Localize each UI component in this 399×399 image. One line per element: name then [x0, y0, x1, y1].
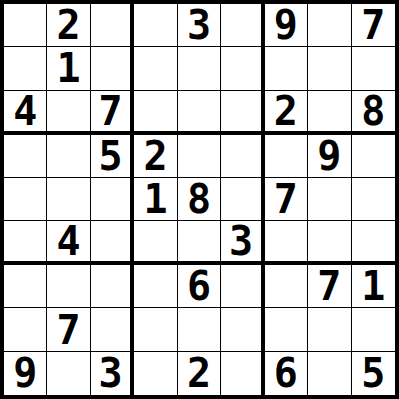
cell-r6c2[interactable]: 4: [47, 221, 90, 265]
cell-r2c1[interactable]: [4, 47, 47, 90]
cell-r9c7[interactable]: 6: [265, 352, 308, 395]
cell-r4c1[interactable]: [4, 135, 47, 178]
cell-r2c4[interactable]: [134, 47, 177, 90]
cell-r1c1[interactable]: [4, 4, 47, 47]
cell-r1c3[interactable]: [91, 4, 134, 47]
cell-r1c5[interactable]: 3: [178, 4, 221, 47]
cell-r6c8[interactable]: [308, 221, 351, 265]
cell-r2c9[interactable]: [352, 47, 395, 90]
cell-r5c2[interactable]: [47, 178, 90, 221]
cell-r9c5[interactable]: 2: [178, 352, 221, 395]
cell-r7c1[interactable]: [4, 265, 47, 308]
cell-r7c3[interactable]: [91, 265, 134, 308]
cell-r6c6[interactable]: 3: [221, 221, 264, 265]
cell-r1c6[interactable]: [221, 4, 264, 47]
cell-r5c4[interactable]: 1: [134, 178, 177, 221]
cell-r5c1[interactable]: [4, 178, 47, 221]
cell-r9c3[interactable]: 3: [91, 352, 134, 395]
cell-r9c6[interactable]: [221, 352, 264, 395]
cell-r4c7[interactable]: [265, 135, 308, 178]
cell-r2c5[interactable]: [178, 47, 221, 90]
cell-r6c5[interactable]: [178, 221, 221, 265]
cell-r7c8[interactable]: 7: [308, 265, 351, 308]
cell-r5c9[interactable]: [352, 178, 395, 221]
sudoku-board: 23971472852918743671793265: [0, 0, 399, 399]
cell-r1c8[interactable]: [308, 4, 351, 47]
cell-r6c4[interactable]: [134, 221, 177, 265]
cell-r8c4[interactable]: [134, 308, 177, 351]
cell-r2c3[interactable]: [91, 47, 134, 90]
cell-r6c7[interactable]: [265, 221, 308, 265]
cell-r7c5[interactable]: 6: [178, 265, 221, 308]
cell-r9c1[interactable]: 9: [4, 352, 47, 395]
cell-r7c9[interactable]: 1: [352, 265, 395, 308]
cell-r8c7[interactable]: [265, 308, 308, 351]
cell-r3c8[interactable]: [308, 91, 351, 135]
cell-r4c2[interactable]: [47, 135, 90, 178]
cell-r2c2[interactable]: 1: [47, 47, 90, 90]
cell-r8c5[interactable]: [178, 308, 221, 351]
cell-r7c2[interactable]: [47, 265, 90, 308]
cell-r9c8[interactable]: [308, 352, 351, 395]
cell-r5c6[interactable]: [221, 178, 264, 221]
cell-r5c5[interactable]: 8: [178, 178, 221, 221]
cell-r5c3[interactable]: [91, 178, 134, 221]
cell-r3c7[interactable]: 2: [265, 91, 308, 135]
cell-r3c1[interactable]: 4: [4, 91, 47, 135]
cell-r8c1[interactable]: [4, 308, 47, 351]
cell-r2c7[interactable]: [265, 47, 308, 90]
cell-r4c3[interactable]: 5: [91, 135, 134, 178]
cell-r4c4[interactable]: 2: [134, 135, 177, 178]
cell-r3c2[interactable]: [47, 91, 90, 135]
cell-r7c6[interactable]: [221, 265, 264, 308]
cell-r8c3[interactable]: [91, 308, 134, 351]
cell-r6c1[interactable]: [4, 221, 47, 265]
cell-r7c4[interactable]: [134, 265, 177, 308]
cell-r3c6[interactable]: [221, 91, 264, 135]
cell-r4c5[interactable]: [178, 135, 221, 178]
cell-r8c8[interactable]: [308, 308, 351, 351]
cell-r4c9[interactable]: [352, 135, 395, 178]
cell-r3c4[interactable]: [134, 91, 177, 135]
cell-r6c9[interactable]: [352, 221, 395, 265]
cell-r1c9[interactable]: 7: [352, 4, 395, 47]
cell-r1c7[interactable]: 9: [265, 4, 308, 47]
cell-r8c2[interactable]: 7: [47, 308, 90, 351]
cell-r5c7[interactable]: 7: [265, 178, 308, 221]
cell-r4c8[interactable]: 9: [308, 135, 351, 178]
cell-r9c4[interactable]: [134, 352, 177, 395]
cell-r5c8[interactable]: [308, 178, 351, 221]
cell-r3c3[interactable]: 7: [91, 91, 134, 135]
cell-r6c3[interactable]: [91, 221, 134, 265]
cell-r8c6[interactable]: [221, 308, 264, 351]
cell-r7c7[interactable]: [265, 265, 308, 308]
cell-r1c4[interactable]: [134, 4, 177, 47]
cell-r9c9[interactable]: 5: [352, 352, 395, 395]
cell-r3c5[interactable]: [178, 91, 221, 135]
cell-r8c9[interactable]: [352, 308, 395, 351]
cell-r2c8[interactable]: [308, 47, 351, 90]
cell-r2c6[interactable]: [221, 47, 264, 90]
cell-r4c6[interactable]: [221, 135, 264, 178]
cell-r9c2[interactable]: [47, 352, 90, 395]
cell-r1c2[interactable]: 2: [47, 4, 90, 47]
cell-r3c9[interactable]: 8: [352, 91, 395, 135]
